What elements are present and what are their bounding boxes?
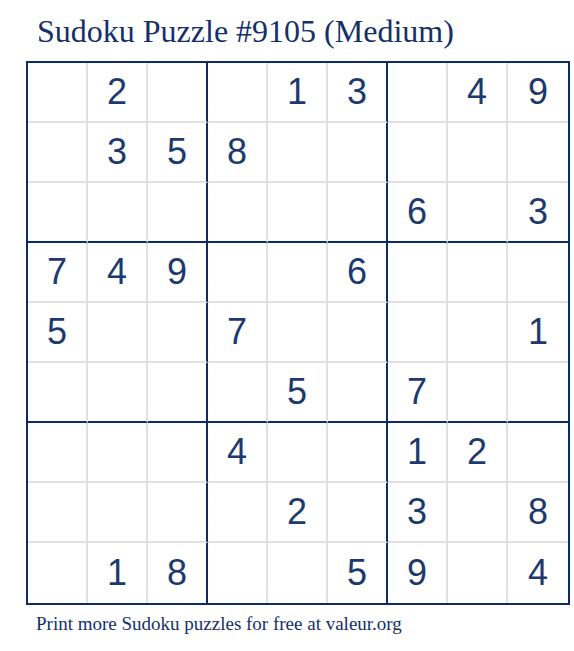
cell-r6c9 bbox=[508, 363, 568, 423]
cell-r2c5 bbox=[268, 123, 328, 183]
cell-r1c6: 3 bbox=[328, 63, 388, 123]
cell-r2c2: 3 bbox=[88, 123, 148, 183]
cell-r8c2 bbox=[88, 483, 148, 543]
cell-r2c8 bbox=[448, 123, 508, 183]
cell-r9c4 bbox=[208, 543, 268, 603]
cell-r5c8 bbox=[448, 303, 508, 363]
cell-r2c1 bbox=[28, 123, 88, 183]
cell-r7c3 bbox=[148, 423, 208, 483]
cell-r1c7 bbox=[388, 63, 448, 123]
cell-r9c2: 1 bbox=[88, 543, 148, 603]
sudoku-page: Sudoku Puzzle #9105 (Medium) 21349358637… bbox=[0, 0, 574, 651]
cell-r7c9 bbox=[508, 423, 568, 483]
sudoku-board: 213493586374965715741223818594 bbox=[26, 61, 570, 605]
cell-r6c1 bbox=[28, 363, 88, 423]
cell-r8c6 bbox=[328, 483, 388, 543]
cell-r7c7: 1 bbox=[388, 423, 448, 483]
cell-r6c6 bbox=[328, 363, 388, 423]
cell-r3c4 bbox=[208, 183, 268, 243]
cell-r1c8: 4 bbox=[448, 63, 508, 123]
cell-r4c4 bbox=[208, 243, 268, 303]
page-title: Sudoku Puzzle #9105 (Medium) bbox=[37, 12, 454, 50]
cell-r7c2 bbox=[88, 423, 148, 483]
cell-r2c7 bbox=[388, 123, 448, 183]
cell-r3c8 bbox=[448, 183, 508, 243]
cell-r3c6 bbox=[328, 183, 388, 243]
cell-r3c5 bbox=[268, 183, 328, 243]
cell-r8c9: 8 bbox=[508, 483, 568, 543]
cell-r5c7 bbox=[388, 303, 448, 363]
cell-r9c1 bbox=[28, 543, 88, 603]
cell-r8c1 bbox=[28, 483, 88, 543]
cell-r9c6: 5 bbox=[328, 543, 388, 603]
cell-r9c9: 4 bbox=[508, 543, 568, 603]
cell-r5c1: 5 bbox=[28, 303, 88, 363]
cell-r8c8 bbox=[448, 483, 508, 543]
cell-r1c3 bbox=[148, 63, 208, 123]
cell-r8c5: 2 bbox=[268, 483, 328, 543]
cell-r5c4: 7 bbox=[208, 303, 268, 363]
cell-r7c8: 2 bbox=[448, 423, 508, 483]
cell-r9c5 bbox=[268, 543, 328, 603]
cell-r2c6 bbox=[328, 123, 388, 183]
cell-r5c3 bbox=[148, 303, 208, 363]
cell-r5c5 bbox=[268, 303, 328, 363]
cell-r4c9 bbox=[508, 243, 568, 303]
cell-r6c7: 7 bbox=[388, 363, 448, 423]
cell-r6c4 bbox=[208, 363, 268, 423]
cell-r3c7: 6 bbox=[388, 183, 448, 243]
cell-r9c8 bbox=[448, 543, 508, 603]
cell-r6c3 bbox=[148, 363, 208, 423]
cell-r7c6 bbox=[328, 423, 388, 483]
cell-r1c4 bbox=[208, 63, 268, 123]
cell-r4c7 bbox=[388, 243, 448, 303]
cell-r4c1: 7 bbox=[28, 243, 88, 303]
cell-r6c5: 5 bbox=[268, 363, 328, 423]
cell-r2c4: 8 bbox=[208, 123, 268, 183]
cell-r5c2 bbox=[88, 303, 148, 363]
cell-r3c1 bbox=[28, 183, 88, 243]
cell-r7c1 bbox=[28, 423, 88, 483]
cell-r3c9: 3 bbox=[508, 183, 568, 243]
cell-r4c5 bbox=[268, 243, 328, 303]
cell-r9c3: 8 bbox=[148, 543, 208, 603]
cell-r6c8 bbox=[448, 363, 508, 423]
cell-r2c3: 5 bbox=[148, 123, 208, 183]
cell-r7c4: 4 bbox=[208, 423, 268, 483]
cell-r4c8 bbox=[448, 243, 508, 303]
cell-r4c6: 6 bbox=[328, 243, 388, 303]
cell-r8c4 bbox=[208, 483, 268, 543]
cell-r4c3: 9 bbox=[148, 243, 208, 303]
cell-r9c7: 9 bbox=[388, 543, 448, 603]
cell-r8c7: 3 bbox=[388, 483, 448, 543]
cell-r1c5: 1 bbox=[268, 63, 328, 123]
cell-r2c9 bbox=[508, 123, 568, 183]
cell-r5c9: 1 bbox=[508, 303, 568, 363]
cell-r5c6 bbox=[328, 303, 388, 363]
cell-r8c3 bbox=[148, 483, 208, 543]
cell-r4c2: 4 bbox=[88, 243, 148, 303]
cell-r1c9: 9 bbox=[508, 63, 568, 123]
cell-r7c5 bbox=[268, 423, 328, 483]
cell-r1c1 bbox=[28, 63, 88, 123]
cell-r3c2 bbox=[88, 183, 148, 243]
footer-text: Print more Sudoku puzzles for free at va… bbox=[36, 613, 402, 635]
cell-r1c2: 2 bbox=[88, 63, 148, 123]
cell-r6c2 bbox=[88, 363, 148, 423]
cell-r3c3 bbox=[148, 183, 208, 243]
